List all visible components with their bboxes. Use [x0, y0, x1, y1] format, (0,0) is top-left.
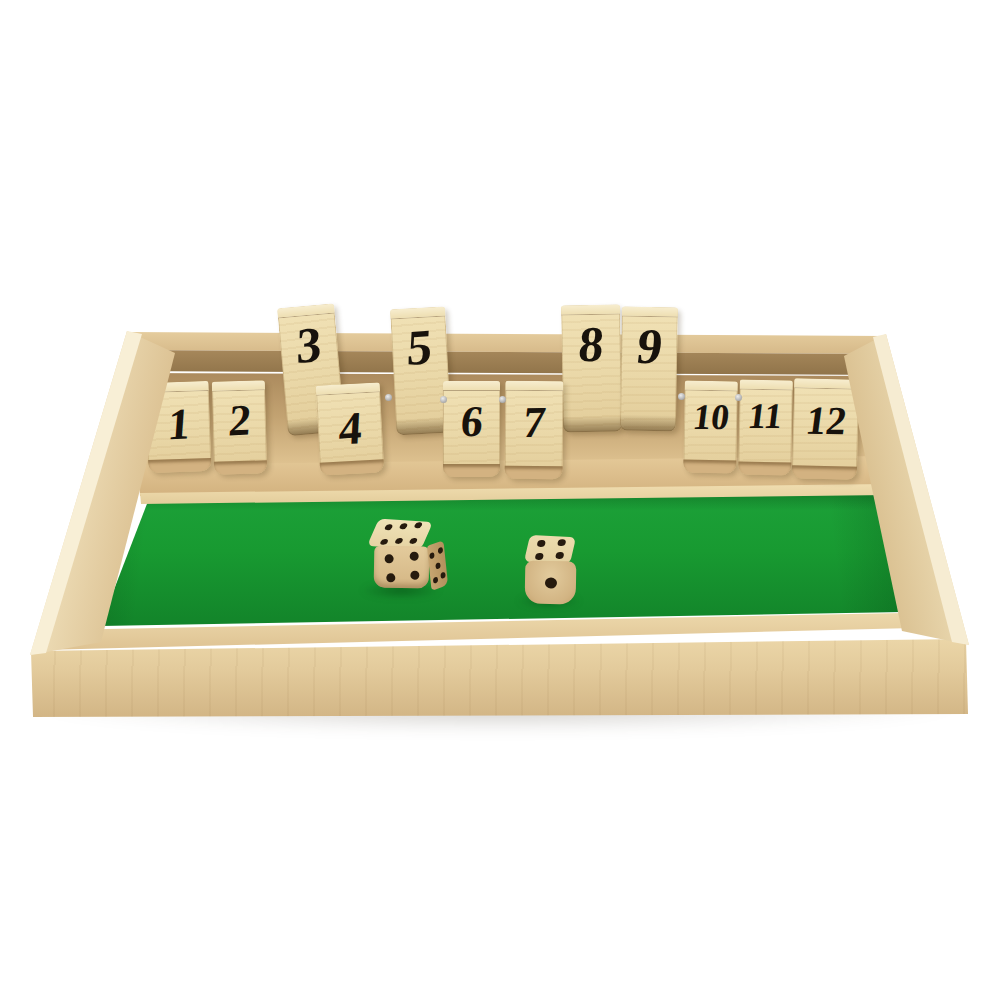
- die-pip: [386, 573, 395, 582]
- die-pip: [534, 552, 544, 559]
- tile-4-label: 4: [337, 405, 362, 453]
- die-pip: [435, 562, 440, 570]
- die-pip: [409, 537, 419, 543]
- shut-the-box-scene: 3 5 8 9 1 2 4 6 7 10 11 12: [0, 0, 1000, 1000]
- box-front-face: [28, 636, 970, 718]
- hinge-rod-glint: [440, 396, 447, 403]
- tile-10-label: 10: [690, 399, 730, 435]
- tile-11[interactable]: 11: [738, 380, 793, 476]
- die-pip: [430, 551, 435, 559]
- felt-surface: [56, 484, 904, 632]
- die-pip: [440, 572, 445, 580]
- tile-7[interactable]: 7: [505, 381, 564, 480]
- hinge-rod-glint: [385, 394, 392, 401]
- die-pip: [555, 552, 565, 559]
- die-pip: [384, 524, 394, 530]
- tile-12[interactable]: 12: [792, 378, 860, 480]
- tile-7-label: 7: [521, 401, 548, 445]
- tile-10[interactable]: 10: [683, 381, 738, 474]
- tile-12-label: 12: [803, 401, 848, 441]
- hinge-rod-glint: [499, 396, 506, 403]
- die-pip: [394, 538, 404, 544]
- tile-1-label: 1: [166, 403, 191, 448]
- die-pip: [379, 539, 389, 545]
- tile-11-label: 11: [746, 398, 785, 434]
- tile-8-label: 8: [576, 319, 605, 370]
- die-pip: [399, 523, 409, 529]
- tile-4[interactable]: 4: [316, 382, 385, 475]
- tile-9[interactable]: 9: [620, 307, 678, 432]
- hinge-rod-glint: [735, 394, 742, 401]
- hinge-rod-glint: [678, 393, 685, 400]
- die-pip: [536, 540, 546, 547]
- tile-2-label: 2: [227, 398, 253, 443]
- die-pip: [385, 554, 394, 563]
- tile-2[interactable]: 2: [212, 380, 267, 474]
- tile-9-label: 9: [634, 321, 665, 371]
- tile-5-label: 5: [406, 321, 434, 373]
- die-pip: [544, 578, 556, 589]
- die-2-front-face[interactable]: [525, 561, 577, 605]
- tile-8[interactable]: 8: [561, 304, 622, 432]
- tile-6-label: 6: [458, 400, 485, 444]
- tile-3-label: 3: [296, 318, 322, 371]
- die-1-front-face[interactable]: [374, 546, 430, 589]
- die-pip: [410, 571, 419, 580]
- die-pip: [437, 547, 442, 555]
- die-pip: [413, 523, 423, 529]
- die-pip: [433, 576, 438, 584]
- tile-6[interactable]: 6: [443, 381, 500, 477]
- die-pip: [409, 552, 418, 561]
- die-pip: [557, 539, 567, 546]
